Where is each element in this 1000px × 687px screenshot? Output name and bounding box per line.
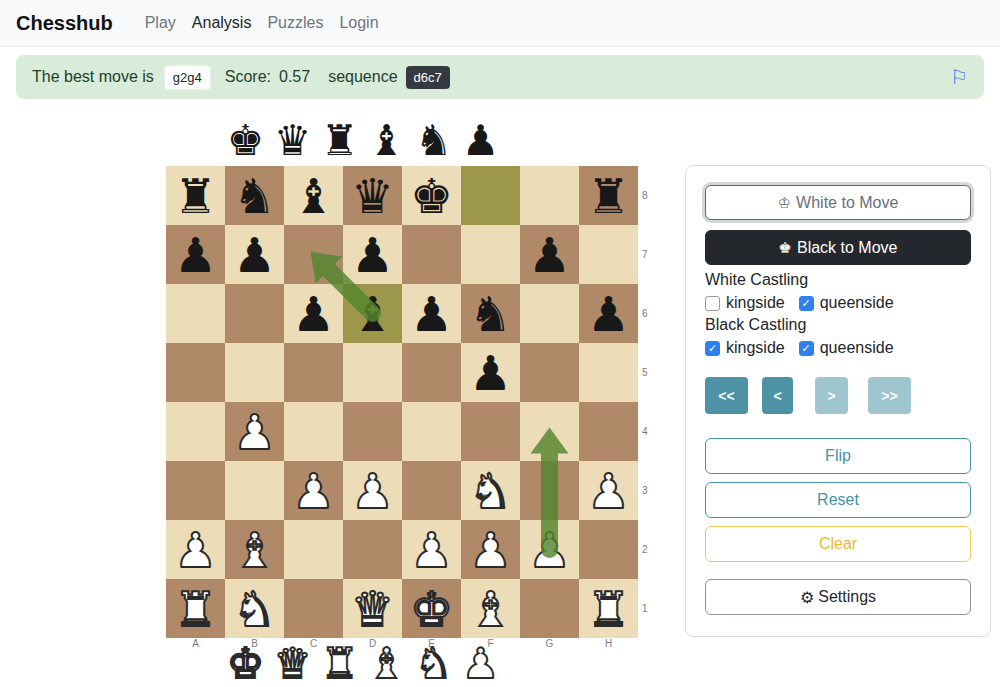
nav-item-play[interactable]: Play [145, 14, 176, 32]
next-move-button[interactable]: > [815, 377, 848, 414]
square-a3[interactable] [166, 461, 225, 520]
rank-label-5: 5 [642, 343, 656, 402]
square-e8[interactable]: ♚ [402, 166, 461, 225]
square-f8[interactable] [461, 166, 520, 225]
square-c4[interactable] [284, 402, 343, 461]
spare-white-pawn[interactable]: ♟ [457, 640, 504, 687]
square-g7[interactable]: ♟ [520, 225, 579, 284]
flag-icon[interactable]: ⚐ [950, 67, 968, 87]
square-c8[interactable]: ♝ [284, 166, 343, 225]
settings-button[interactable]: ⚙ Settings [705, 579, 971, 615]
spare-piece-glyph: ♜ [321, 643, 359, 685]
square-b8[interactable]: ♞ [225, 166, 284, 225]
rank-label-4: 4 [642, 402, 656, 461]
square-g2[interactable]: ♟ [520, 520, 579, 579]
prev-move-button[interactable]: < [762, 377, 793, 414]
best-move-text: The best move is [32, 68, 154, 86]
square-b5[interactable] [225, 343, 284, 402]
black-rook-h8[interactable]: ♜ [587, 172, 630, 220]
white-knight-b1[interactable]: ♞ [233, 585, 276, 633]
black-pawn-c6[interactable]: ♟ [292, 290, 335, 338]
square-f6[interactable]: ♞ [461, 284, 520, 343]
rank-label-1: 1 [642, 579, 656, 638]
square-f7[interactable] [461, 225, 520, 284]
square-c7[interactable] [284, 225, 343, 284]
square-a6[interactable] [166, 284, 225, 343]
sequence-label: sequence [328, 68, 397, 86]
nav-item-puzzles[interactable]: Puzzles [267, 14, 323, 32]
spare-white-king[interactable]: ♚ [222, 640, 269, 687]
square-b4[interactable]: ♟ [225, 402, 284, 461]
brand-logo[interactable]: Chesshub [16, 12, 113, 35]
black-pawn-g7[interactable]: ♟ [528, 231, 571, 279]
square-e1[interactable]: ♚ [402, 579, 461, 638]
spare-black-king[interactable]: ♚ [222, 117, 269, 164]
white-king-icon: ♔ [778, 194, 791, 212]
square-c2[interactable] [284, 520, 343, 579]
white-castling-label: White Castling [705, 271, 971, 289]
white-queen-d1[interactable]: ♛ [351, 585, 394, 633]
file-label-g: G [520, 638, 579, 649]
spare-black-queen[interactable]: ♛ [269, 117, 316, 164]
square-d8[interactable]: ♛ [343, 166, 402, 225]
spare-white-knight[interactable]: ♞ [410, 640, 457, 687]
square-g6[interactable] [520, 284, 579, 343]
square-a2[interactable]: ♟ [166, 520, 225, 579]
black-king-icon: ♚ [779, 239, 792, 257]
square-d6[interactable]: ♝ [343, 284, 402, 343]
black-queenside-label: queenside [820, 339, 894, 357]
square-d7[interactable]: ♟ [343, 225, 402, 284]
nav-item-analysis[interactable]: Analysis [192, 14, 252, 32]
black-pawn-a7[interactable]: ♟ [174, 231, 217, 279]
spare-white-bishop[interactable]: ♝ [363, 640, 410, 687]
control-panel: ♔ White to Move ♚ Black to Move White Ca… [685, 165, 991, 637]
square-h5[interactable] [579, 343, 638, 402]
sequence-badge: d6c7 [406, 66, 450, 89]
white-bishop-b2[interactable]: ♝ [233, 526, 276, 574]
rank-labels: 87654321 [642, 166, 656, 638]
best-move-badge: g2g4 [164, 65, 211, 90]
square-a4[interactable] [166, 402, 225, 461]
white-to-move-label: White to Move [796, 194, 898, 212]
square-a8[interactable]: ♜ [166, 166, 225, 225]
black-knight-b8[interactable]: ♞ [233, 172, 276, 220]
square-d3[interactable]: ♟ [343, 461, 402, 520]
spare-piece-glyph: ♞ [415, 643, 453, 685]
clear-button[interactable]: Clear [705, 526, 971, 562]
spare-black-bishop[interactable]: ♝ [363, 117, 410, 164]
square-d1[interactable]: ♛ [343, 579, 402, 638]
white-pawn-g2[interactable]: ♟ [528, 526, 571, 574]
black-castling-label: Black Castling [705, 316, 971, 334]
file-label-h: H [579, 638, 638, 649]
spare-piece-glyph: ♝ [368, 120, 406, 162]
square-f1[interactable]: ♝ [461, 579, 520, 638]
spare-piece-glyph: ♝ [368, 643, 406, 685]
square-g8[interactable] [520, 166, 579, 225]
square-f3[interactable]: ♞ [461, 461, 520, 520]
gear-icon: ⚙ [800, 588, 814, 607]
black-queenside-checkbox[interactable]: ✓ [799, 341, 814, 356]
nav-item-login[interactable]: Login [339, 14, 378, 32]
spare-piece-glyph: ♛ [274, 643, 312, 685]
spare-black-pawn[interactable]: ♟ [457, 117, 504, 164]
square-b6[interactable] [225, 284, 284, 343]
rank-label-2: 2 [642, 520, 656, 579]
square-b2[interactable]: ♝ [225, 520, 284, 579]
score-label: Score: [225, 68, 271, 86]
square-a5[interactable] [166, 343, 225, 402]
best-move-alert: The best move is g2g4 Score: 0.57 sequen… [16, 55, 984, 99]
white-bishop-f1[interactable]: ♝ [469, 585, 512, 633]
file-label-a: A [166, 638, 225, 649]
move-stepper: << < > >> [705, 377, 971, 414]
square-d4[interactable] [343, 402, 402, 461]
square-h8[interactable]: ♜ [579, 166, 638, 225]
white-rook-a1[interactable]: ♜ [174, 585, 217, 633]
last-move-button[interactable]: >> [868, 377, 911, 414]
white-pawn-b4[interactable]: ♟ [233, 408, 276, 456]
square-e5[interactable] [402, 343, 461, 402]
white-pawn-c3[interactable]: ♟ [292, 467, 335, 515]
black-kingside-label: kingside [726, 339, 785, 357]
black-pawn-b7[interactable]: ♟ [233, 231, 276, 279]
flip-button[interactable]: Flip [705, 438, 971, 474]
white-queenside-checkbox[interactable]: ✓ [799, 296, 814, 311]
square-h1[interactable]: ♜ [579, 579, 638, 638]
square-g5[interactable] [520, 343, 579, 402]
navbar: Chesshub Play Analysis Puzzles Login [0, 0, 1000, 47]
black-pawn-e6[interactable]: ♟ [410, 290, 453, 338]
spare-piece-glyph: ♞ [415, 120, 453, 162]
square-c5[interactable] [284, 343, 343, 402]
square-b7[interactable]: ♟ [225, 225, 284, 284]
black-to-move-label: Black to Move [797, 239, 897, 257]
square-e6[interactable]: ♟ [402, 284, 461, 343]
spare-black-knight[interactable]: ♞ [410, 117, 457, 164]
square-c6[interactable]: ♟ [284, 284, 343, 343]
black-knight-f6[interactable]: ♞ [469, 290, 512, 338]
black-bishop-c8[interactable]: ♝ [292, 172, 335, 220]
white-pawn-d3[interactable]: ♟ [351, 467, 394, 515]
square-f5[interactable]: ♟ [461, 343, 520, 402]
black-pawn-h6[interactable]: ♟ [587, 290, 630, 338]
spare-white-rook[interactable]: ♜ [316, 640, 363, 687]
square-b1[interactable]: ♞ [225, 579, 284, 638]
spare-piece-glyph: ♟ [462, 120, 500, 162]
spare-white-queen[interactable]: ♛ [269, 640, 316, 687]
square-a7[interactable]: ♟ [166, 225, 225, 284]
white-kingside-checkbox[interactable] [705, 296, 720, 311]
white-kingside-label: kingside [726, 294, 785, 312]
white-king-e1[interactable]: ♚ [410, 585, 453, 633]
square-g4[interactable] [520, 402, 579, 461]
square-b3[interactable] [225, 461, 284, 520]
black-pawn-d7[interactable]: ♟ [351, 231, 394, 279]
square-e3[interactable] [402, 461, 461, 520]
square-c1[interactable] [284, 579, 343, 638]
square-h4[interactable] [579, 402, 638, 461]
white-pawn-e2[interactable]: ♟ [410, 526, 453, 574]
square-h2[interactable] [579, 520, 638, 579]
spare-piece-glyph: ♟ [462, 643, 500, 685]
settings-label: Settings [818, 588, 876, 606]
white-knight-f3[interactable]: ♞ [469, 467, 512, 515]
white-pawn-a2[interactable]: ♟ [174, 526, 217, 574]
chess-board[interactable]: ♜♞♝♛♚♜♟♟♟♟♟♝♟♞♟♟♟♟♟♞♟♟♝♟♟♟♜♞♛♚♝♜ [166, 166, 638, 638]
black-rook-a8[interactable]: ♜ [174, 172, 217, 220]
square-e4[interactable] [402, 402, 461, 461]
square-g1[interactable] [520, 579, 579, 638]
white-pawn-h3[interactable]: ♟ [587, 467, 630, 515]
rank-label-6: 6 [642, 284, 656, 343]
spare-pieces-white: ♚♛♜♝♞♟ [222, 640, 504, 687]
square-f4[interactable] [461, 402, 520, 461]
square-a1[interactable]: ♜ [166, 579, 225, 638]
rank-label-8: 8 [642, 166, 656, 225]
black-king-e8[interactable]: ♚ [410, 172, 453, 220]
rank-label-3: 3 [642, 461, 656, 520]
square-d5[interactable] [343, 343, 402, 402]
square-e2[interactable]: ♟ [402, 520, 461, 579]
reset-button[interactable]: Reset [705, 482, 971, 518]
square-f2[interactable]: ♟ [461, 520, 520, 579]
score-value: 0.57 [279, 68, 310, 86]
spare-black-rook[interactable]: ♜ [316, 117, 363, 164]
spare-piece-glyph: ♜ [321, 120, 359, 162]
black-to-move-button[interactable]: ♚ Black to Move [705, 230, 971, 265]
square-h3[interactable]: ♟ [579, 461, 638, 520]
spare-piece-glyph: ♚ [227, 643, 265, 685]
rank-label-7: 7 [642, 225, 656, 284]
square-h6[interactable]: ♟ [579, 284, 638, 343]
square-e7[interactable] [402, 225, 461, 284]
spare-pieces-black: ♚♛♜♝♞♟ [222, 117, 504, 164]
black-pawn-f5[interactable]: ♟ [469, 349, 512, 397]
square-h7[interactable] [579, 225, 638, 284]
white-pawn-f2[interactable]: ♟ [469, 526, 512, 574]
white-rook-h1[interactable]: ♜ [587, 585, 630, 633]
black-kingside-checkbox[interactable]: ✓ [705, 341, 720, 356]
black-queen-d8[interactable]: ♛ [351, 172, 394, 220]
white-to-move-button[interactable]: ♔ White to Move [705, 185, 971, 220]
white-queenside-label: queenside [820, 294, 894, 312]
black-bishop-d6[interactable]: ♝ [351, 290, 394, 338]
square-g3[interactable] [520, 461, 579, 520]
first-move-button[interactable]: << [705, 377, 748, 414]
spare-piece-glyph: ♛ [274, 120, 312, 162]
square-c3[interactable]: ♟ [284, 461, 343, 520]
square-d2[interactable] [343, 520, 402, 579]
spare-piece-glyph: ♚ [227, 120, 265, 162]
